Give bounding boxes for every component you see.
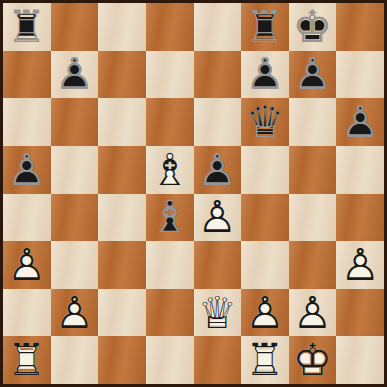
square-d4[interactable]: ♝♗ (146, 194, 194, 242)
square-a8[interactable]: ♜♖ (3, 3, 51, 51)
piece-white-rook[interactable]: ♜♖ (241, 336, 289, 384)
piece-white-queen[interactable]: ♛♕ (194, 289, 242, 337)
square-c4[interactable] (98, 194, 146, 242)
square-b4[interactable] (51, 194, 99, 242)
square-a4[interactable] (3, 194, 51, 242)
square-b7[interactable]: ♟♙ (51, 51, 99, 99)
square-e3[interactable] (194, 241, 242, 289)
square-b6[interactable] (51, 98, 99, 146)
square-e7[interactable] (194, 51, 242, 99)
square-d1[interactable] (146, 336, 194, 384)
square-e2[interactable]: ♛♕ (194, 289, 242, 337)
piece-black-rook[interactable]: ♜♖ (3, 3, 51, 51)
queen-outline-glyph: ♕ (198, 291, 237, 335)
square-a5[interactable]: ♟♙ (3, 146, 51, 194)
piece-white-pawn[interactable]: ♟♙ (194, 194, 242, 242)
king-outline-glyph: ♔ (293, 5, 332, 49)
square-c1[interactable] (98, 336, 146, 384)
square-g4[interactable] (289, 194, 337, 242)
square-g2[interactable]: ♟♙ (289, 289, 337, 337)
square-f2[interactable]: ♟♙ (241, 289, 289, 337)
piece-black-rook[interactable]: ♜♖ (241, 3, 289, 51)
square-f1[interactable]: ♜♖ (241, 336, 289, 384)
square-h5[interactable] (336, 146, 384, 194)
pawn-outline-glyph: ♙ (293, 291, 332, 335)
piece-white-pawn[interactable]: ♟♙ (289, 289, 337, 337)
piece-black-pawn[interactable]: ♟♙ (289, 51, 337, 99)
pawn-outline-glyph: ♙ (245, 52, 284, 96)
piece-black-pawn[interactable]: ♟♙ (3, 146, 51, 194)
piece-black-bishop[interactable]: ♝♗ (146, 194, 194, 242)
piece-black-pawn[interactable]: ♟♙ (336, 98, 384, 146)
square-e6[interactable] (194, 98, 242, 146)
pawn-outline-glyph: ♙ (198, 195, 237, 239)
square-b8[interactable] (51, 3, 99, 51)
square-g3[interactable] (289, 241, 337, 289)
square-c5[interactable] (98, 146, 146, 194)
square-h3[interactable]: ♟♙ (336, 241, 384, 289)
pawn-outline-glyph: ♙ (245, 291, 284, 335)
piece-white-king[interactable]: ♚♔ (289, 336, 337, 384)
pawn-outline-glyph: ♙ (198, 148, 237, 192)
square-h2[interactable] (336, 289, 384, 337)
rook-outline-glyph: ♖ (245, 338, 284, 382)
chess-board: ♜♖♜♖♚♔♟♙♟♙♟♙♛♕♟♙♟♙♝♗♟♙♝♗♟♙♟♙♟♙♟♙♛♕♟♙♟♙♜♖… (0, 0, 387, 387)
bishop-outline-glyph: ♗ (150, 148, 189, 192)
square-f3[interactable] (241, 241, 289, 289)
square-d5[interactable]: ♝♗ (146, 146, 194, 194)
rook-outline-glyph: ♖ (7, 338, 46, 382)
square-h4[interactable] (336, 194, 384, 242)
square-b5[interactable] (51, 146, 99, 194)
piece-white-rook[interactable]: ♜♖ (3, 336, 51, 384)
square-g5[interactable] (289, 146, 337, 194)
square-f4[interactable] (241, 194, 289, 242)
piece-white-pawn[interactable]: ♟♙ (336, 241, 384, 289)
square-e5[interactable]: ♟♙ (194, 146, 242, 194)
square-c8[interactable] (98, 3, 146, 51)
piece-black-pawn[interactable]: ♟♙ (194, 146, 242, 194)
pawn-outline-glyph: ♙ (7, 148, 46, 192)
square-d3[interactable] (146, 241, 194, 289)
pawn-outline-glyph: ♙ (340, 243, 379, 287)
square-a3[interactable]: ♟♙ (3, 241, 51, 289)
square-e1[interactable] (194, 336, 242, 384)
pawn-outline-glyph: ♙ (7, 243, 46, 287)
piece-white-pawn[interactable]: ♟♙ (241, 289, 289, 337)
square-e8[interactable] (194, 3, 242, 51)
square-d2[interactable] (146, 289, 194, 337)
piece-black-pawn[interactable]: ♟♙ (51, 51, 99, 99)
piece-black-pawn[interactable]: ♟♙ (241, 51, 289, 99)
square-c3[interactable] (98, 241, 146, 289)
pawn-outline-glyph: ♙ (293, 52, 332, 96)
rook-outline-glyph: ♖ (245, 5, 284, 49)
pawn-outline-glyph: ♙ (340, 100, 379, 144)
square-f5[interactable] (241, 146, 289, 194)
chess-board-grid: ♜♖♜♖♚♔♟♙♟♙♟♙♛♕♟♙♟♙♝♗♟♙♝♗♟♙♟♙♟♙♟♙♛♕♟♙♟♙♜♖… (3, 3, 384, 384)
queen-outline-glyph: ♕ (245, 100, 284, 144)
bishop-outline-glyph: ♗ (150, 195, 189, 239)
square-g6[interactable] (289, 98, 337, 146)
square-d7[interactable] (146, 51, 194, 99)
pawn-outline-glyph: ♙ (55, 291, 94, 335)
square-a2[interactable] (3, 289, 51, 337)
piece-white-pawn[interactable]: ♟♙ (3, 241, 51, 289)
piece-black-king[interactable]: ♚♔ (289, 3, 337, 51)
square-c6[interactable] (98, 98, 146, 146)
pawn-outline-glyph: ♙ (55, 52, 94, 96)
square-f7[interactable]: ♟♙ (241, 51, 289, 99)
square-d6[interactable] (146, 98, 194, 146)
square-g8[interactable]: ♚♔ (289, 3, 337, 51)
square-h6[interactable]: ♟♙ (336, 98, 384, 146)
square-a7[interactable] (3, 51, 51, 99)
square-a6[interactable] (3, 98, 51, 146)
square-h1[interactable] (336, 336, 384, 384)
piece-white-pawn[interactable]: ♟♙ (51, 289, 99, 337)
rook-outline-glyph: ♖ (7, 5, 46, 49)
square-f6[interactable]: ♛♕ (241, 98, 289, 146)
piece-black-queen[interactable]: ♛♕ (241, 98, 289, 146)
king-outline-glyph: ♔ (293, 338, 332, 382)
piece-white-bishop[interactable]: ♝♗ (146, 146, 194, 194)
square-b3[interactable] (51, 241, 99, 289)
square-g1[interactable]: ♚♔ (289, 336, 337, 384)
square-f8[interactable]: ♜♖ (241, 3, 289, 51)
square-b2[interactable]: ♟♙ (51, 289, 99, 337)
square-c2[interactable] (98, 289, 146, 337)
square-b1[interactable] (51, 336, 99, 384)
square-g7[interactable]: ♟♙ (289, 51, 337, 99)
square-h7[interactable] (336, 51, 384, 99)
square-d8[interactable] (146, 3, 194, 51)
square-e4[interactable]: ♟♙ (194, 194, 242, 242)
square-h8[interactable] (336, 3, 384, 51)
square-c7[interactable] (98, 51, 146, 99)
square-a1[interactable]: ♜♖ (3, 336, 51, 384)
